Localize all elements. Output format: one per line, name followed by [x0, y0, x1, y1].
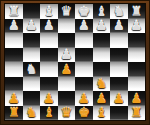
square-h6[interactable]: [128, 33, 146, 48]
square-c3[interactable]: [40, 77, 58, 92]
square-h7[interactable]: ♟: [128, 19, 146, 34]
square-b7[interactable]: ♟: [23, 19, 41, 34]
square-e7[interactable]: ♟: [75, 19, 93, 34]
piece-white-pawn[interactable]: ♟: [95, 91, 107, 104]
square-b1[interactable]: ♞: [23, 106, 41, 121]
square-a6[interactable]: [5, 33, 23, 48]
piece-white-pawn[interactable]: ♟: [60, 62, 72, 75]
square-b4[interactable]: ♞: [23, 62, 41, 77]
piece-black-rook[interactable]: ♜: [130, 4, 142, 17]
square-e1[interactable]: ♚: [75, 106, 93, 121]
square-g3[interactable]: [110, 77, 128, 92]
piece-white-pawn[interactable]: ♟: [78, 91, 90, 104]
piece-black-king[interactable]: ♚: [78, 4, 90, 17]
piece-black-pawn[interactable]: ♟: [43, 19, 55, 32]
square-c7[interactable]: ♟: [40, 19, 58, 34]
square-e8[interactable]: ♚: [75, 4, 93, 19]
square-h4[interactable]: [128, 62, 146, 77]
square-h3[interactable]: [128, 77, 146, 92]
square-c8[interactable]: ♝: [40, 4, 58, 19]
piece-black-queen[interactable]: ♛: [60, 4, 72, 17]
piece-white-pawn[interactable]: ♟: [8, 91, 20, 104]
square-b5[interactable]: [23, 48, 41, 63]
chess-board: ♜♝♛♚♝♞♜♟♟♟♟♟♟♟♟♞♟♞♟♟♟♟♟♟♜♞♝♛♚♝♜: [5, 4, 145, 120]
square-d2[interactable]: [58, 91, 76, 106]
square-c6[interactable]: [40, 33, 58, 48]
square-c4[interactable]: [40, 62, 58, 77]
square-a3[interactable]: [5, 77, 23, 92]
square-g6[interactable]: [110, 33, 128, 48]
square-f2[interactable]: ♟: [93, 91, 111, 106]
square-a8[interactable]: ♜: [5, 4, 23, 19]
square-b3[interactable]: [23, 77, 41, 92]
square-f8[interactable]: ♝: [93, 4, 111, 19]
square-g7[interactable]: ♟: [110, 19, 128, 34]
square-c5[interactable]: [40, 48, 58, 63]
square-e4[interactable]: [75, 62, 93, 77]
square-d6[interactable]: [58, 33, 76, 48]
piece-white-bishop[interactable]: ♝: [95, 106, 107, 119]
square-g4[interactable]: [110, 62, 128, 77]
square-d8[interactable]: ♛: [58, 4, 76, 19]
piece-black-pawn[interactable]: ♟: [8, 19, 20, 32]
square-a4[interactable]: [5, 62, 23, 77]
square-d1[interactable]: ♛: [58, 106, 76, 121]
square-b8[interactable]: [23, 4, 41, 19]
square-d5[interactable]: ♟: [58, 48, 76, 63]
piece-black-pawn[interactable]: ♟: [95, 19, 107, 32]
square-b2[interactable]: [23, 91, 41, 106]
square-d7[interactable]: [58, 19, 76, 34]
piece-white-knight[interactable]: ♞: [25, 106, 37, 119]
piece-black-pawn[interactable]: ♟: [78, 19, 90, 32]
piece-white-pawn[interactable]: ♟: [130, 91, 142, 104]
square-a1[interactable]: ♜: [5, 106, 23, 121]
square-e6[interactable]: [75, 33, 93, 48]
square-h8[interactable]: ♜: [128, 4, 146, 19]
piece-white-queen[interactable]: ♛: [60, 106, 72, 119]
piece-white-rook[interactable]: ♜: [130, 106, 142, 119]
piece-white-rook[interactable]: ♜: [8, 106, 20, 119]
square-f1[interactable]: ♝: [93, 106, 111, 121]
piece-white-pawn[interactable]: ♟: [43, 91, 55, 104]
piece-white-knight[interactable]: ♞: [95, 77, 107, 90]
piece-white-king[interactable]: ♚: [78, 106, 90, 119]
piece-black-pawn[interactable]: ♟: [25, 19, 37, 32]
square-g8[interactable]: ♞: [110, 4, 128, 19]
square-a5[interactable]: [5, 48, 23, 63]
piece-white-pawn[interactable]: ♟: [113, 91, 125, 104]
board-frame: ♜♝♛♚♝♞♜♟♟♟♟♟♟♟♟♞♟♞♟♟♟♟♟♟♜♞♝♛♚♝♜: [0, 0, 150, 125]
square-f5[interactable]: [93, 48, 111, 63]
square-a2[interactable]: ♟: [5, 91, 23, 106]
square-h5[interactable]: [128, 48, 146, 63]
square-f7[interactable]: ♟: [93, 19, 111, 34]
piece-black-bishop[interactable]: ♝: [43, 4, 55, 17]
square-h2[interactable]: ♟: [128, 91, 146, 106]
piece-black-pawn[interactable]: ♟: [60, 48, 72, 61]
square-e2[interactable]: ♟: [75, 91, 93, 106]
piece-white-bishop[interactable]: ♝: [43, 106, 55, 119]
square-d4[interactable]: ♟: [58, 62, 76, 77]
piece-black-knight[interactable]: ♞: [25, 62, 37, 75]
piece-black-pawn[interactable]: ♟: [130, 19, 142, 32]
square-f3[interactable]: ♞: [93, 77, 111, 92]
square-f4[interactable]: [93, 62, 111, 77]
square-c1[interactable]: ♝: [40, 106, 58, 121]
square-d3[interactable]: [58, 77, 76, 92]
square-e5[interactable]: [75, 48, 93, 63]
square-c2[interactable]: ♟: [40, 91, 58, 106]
piece-black-pawn[interactable]: ♟: [113, 19, 125, 32]
square-a7[interactable]: ♟: [5, 19, 23, 34]
square-g1[interactable]: [110, 106, 128, 121]
square-h1[interactable]: ♜: [128, 106, 146, 121]
square-g5[interactable]: [110, 48, 128, 63]
piece-black-bishop[interactable]: ♝: [95, 4, 107, 17]
piece-black-knight[interactable]: ♞: [113, 4, 125, 17]
piece-black-rook[interactable]: ♜: [8, 4, 20, 17]
square-g2[interactable]: ♟: [110, 91, 128, 106]
square-f6[interactable]: [93, 33, 111, 48]
square-b6[interactable]: [23, 33, 41, 48]
square-e3[interactable]: [75, 77, 93, 92]
